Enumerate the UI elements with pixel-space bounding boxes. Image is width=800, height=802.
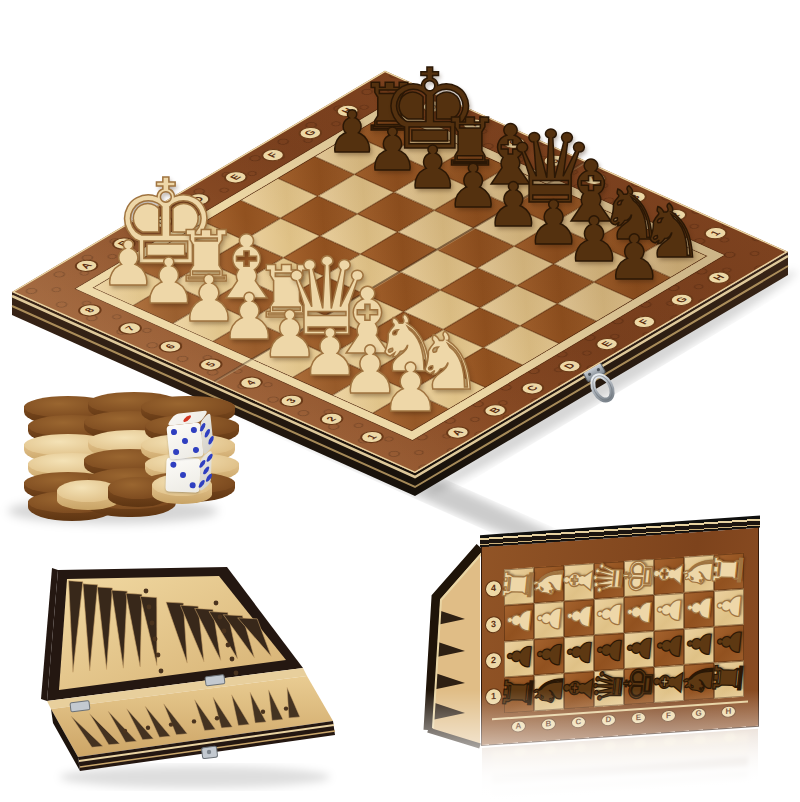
die-pip — [208, 434, 214, 446]
decorative-dot — [214, 601, 219, 606]
box-shadow — [60, 766, 330, 788]
die — [165, 457, 200, 492]
chess-piece-white-pawn: ♟ — [380, 355, 440, 422]
box-clasp-detail — [207, 750, 211, 754]
decorative-dot — [238, 713, 242, 717]
die-front-face — [166, 422, 203, 459]
decorative-dot — [226, 643, 231, 648]
folded-file-label: H — [721, 705, 736, 718]
die-pip — [206, 453, 212, 464]
decorative-dot — [146, 726, 150, 730]
folded-file-label: B — [541, 718, 556, 731]
magnetic-piece-black-pawn: ♟ — [712, 626, 746, 658]
decorative-dot — [169, 722, 173, 726]
decorative-dot — [284, 706, 288, 710]
decorative-dot — [156, 653, 161, 658]
die-pip — [173, 448, 180, 455]
decorative-dot — [261, 710, 265, 714]
folded-file-label: D — [601, 714, 616, 727]
die-pip — [199, 477, 205, 488]
die-front-face — [165, 457, 200, 492]
die-pip — [190, 427, 197, 434]
decorative-dot — [218, 615, 223, 620]
die-pip — [189, 482, 195, 488]
folded-file-label: G — [691, 707, 706, 720]
product-photo-scene: 1122334455667788AABBCCDDEEFFGGHH ♚♜♝♜♛♝♞… — [0, 0, 800, 802]
magnetic-piece-white-rook: ♜ — [708, 550, 750, 589]
open-backgammon-box — [30, 553, 346, 797]
checkers-and-dice-group — [0, 380, 260, 540]
folded-file-label: A — [511, 720, 526, 733]
decorative-dot — [230, 657, 235, 662]
die-pip — [182, 415, 193, 422]
decorative-dot — [144, 589, 149, 594]
decorative-dot — [222, 629, 227, 634]
die — [166, 422, 203, 459]
decorative-dot — [234, 671, 239, 676]
die-pip — [180, 472, 186, 478]
magnetic-piece-black-rook: ♜ — [708, 658, 750, 697]
decorative-dot — [150, 621, 155, 626]
folded-board-front-face: 4321ABCDEFGH♜♞♝♛♚♝♞♜♟♟♟♟♟♟♟♟♟♟♟♟♟♟♟♟♜♞♝♛… — [482, 528, 758, 745]
magnetic-piece-white-pawn: ♟ — [712, 590, 746, 622]
decorative-dot — [147, 605, 152, 610]
decorative-dot — [159, 669, 164, 674]
die-pip — [182, 438, 189, 445]
folded-file-label: C — [571, 716, 586, 729]
folded-file-label: E — [631, 712, 646, 725]
die-pip — [171, 429, 178, 436]
hinge — [205, 675, 225, 686]
die-pip — [192, 446, 199, 453]
hinge — [70, 701, 90, 712]
decorative-dot — [192, 719, 196, 723]
decorative-dot — [153, 637, 158, 642]
die-pip — [171, 462, 177, 468]
chess-piece-black-pawn: ♟ — [606, 227, 662, 289]
decorative-dot — [215, 716, 219, 720]
folded-file-label: F — [661, 709, 676, 722]
decorative-dot — [123, 729, 127, 733]
